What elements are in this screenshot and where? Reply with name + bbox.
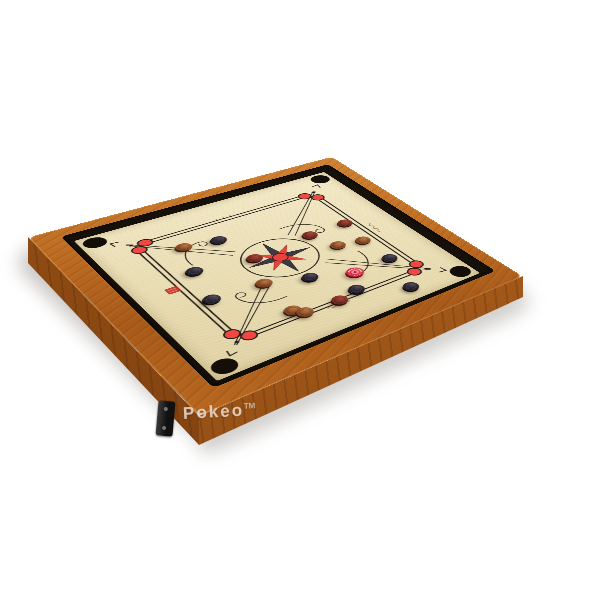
- brand-logo-text: Pokeo: [183, 401, 245, 423]
- pocket-arrow: [110, 220, 238, 282]
- trademark-symbol: TM: [244, 401, 256, 411]
- carrom-board: [28, 157, 523, 416]
- pocket-arrow: [247, 185, 361, 237]
- decorative-script-mark: [366, 223, 381, 232]
- metal-clamp: [156, 400, 176, 436]
- product-photo-scene: PokeoTM: [0, 0, 600, 600]
- brand-logo: PokeoTM: [183, 400, 257, 424]
- maker-seal: [164, 286, 181, 295]
